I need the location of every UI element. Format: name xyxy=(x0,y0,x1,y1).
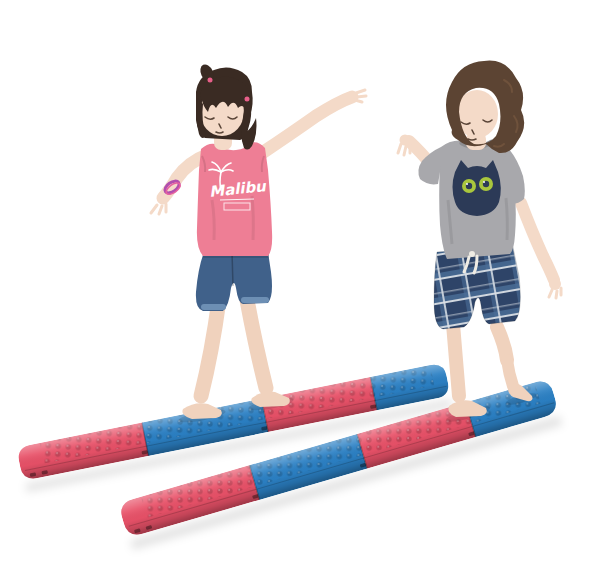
scene-illustration: Two young children balancing with outstr… xyxy=(0,0,600,572)
drawstring-knot xyxy=(469,251,475,257)
photo-stage: Two young children balancing with outstr… xyxy=(0,0,600,572)
girl-tank-top: Malibu xyxy=(197,142,272,256)
boy-right-hand xyxy=(549,278,561,290)
owl-graphic xyxy=(453,160,501,216)
girl-hair-tie xyxy=(245,97,250,102)
girl-hair-tie xyxy=(208,78,213,83)
